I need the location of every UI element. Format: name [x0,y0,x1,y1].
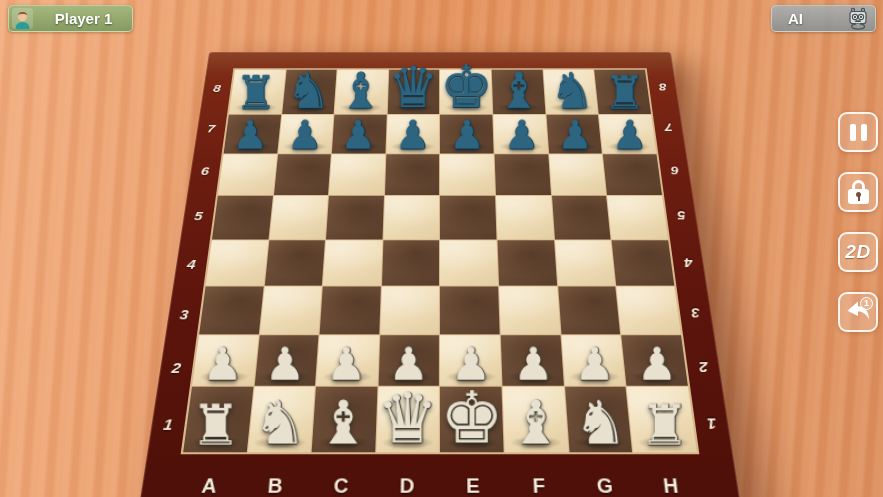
ai-label: AI [788,10,803,27]
board-grid: ♜♞♝♛♚♝♞♜♟♟♟♟♟♟♟♟♟♟♟♟♟♟♟♟♜♞♝♛♚♝♞♜ [181,68,700,454]
person-avatar-icon [12,8,33,29]
square-b2[interactable]: ♟ [254,335,318,386]
square-c2[interactable]: ♟ [316,335,379,386]
square-c1[interactable]: ♝ [312,387,377,452]
black-rook-h8[interactable]: ♜ [604,70,645,116]
white-pawn-h2[interactable]: ♟ [637,342,677,387]
white-bishop-f1[interactable]: ♝ [510,393,564,453]
rank-label-5: 5 [664,193,700,239]
file-label-e: E [440,475,506,497]
black-pawn-f7[interactable]: ♟ [504,116,539,155]
file-labels: ABCDEFGH [172,454,708,497]
ai-badge: AI [771,5,876,32]
square-c8[interactable]: ♝ [335,70,388,114]
square-a8[interactable]: ♜ [229,70,285,114]
undo-count-badge: 1 [860,297,873,310]
lock-button[interactable] [838,172,878,212]
square-d7[interactable]: ♟ [386,115,439,154]
file-label-d: D [374,475,440,497]
black-bishop-f8[interactable]: ♝ [497,67,541,116]
square-a4[interactable] [206,240,268,285]
square-g8[interactable]: ♞ [543,70,598,114]
square-c7[interactable]: ♟ [332,115,387,154]
square-f6[interactable] [495,154,551,195]
file-label-c: C [307,475,374,497]
square-a7[interactable]: ♟ [224,115,281,154]
square-h5[interactable] [608,196,668,239]
square-e7[interactable]: ♟ [440,115,494,154]
square-b1[interactable]: ♞ [247,387,315,452]
rank-label-6: 6 [658,149,693,193]
square-g4[interactable] [555,240,616,285]
black-pawn-a7[interactable]: ♟ [233,116,268,155]
white-king-e1[interactable]: ♚ [440,382,504,453]
square-g1[interactable]: ♞ [565,387,633,452]
white-knight-g1[interactable]: ♞ [574,393,628,453]
square-a6[interactable] [218,154,277,195]
square-d5[interactable] [383,196,439,239]
chess-board: 87654321 87654321 ABCDEFGH ♜♞♝♛♚♝♞♜♟♟♟♟♟… [137,52,743,497]
square-h7[interactable]: ♟ [599,115,656,154]
square-g6[interactable] [549,154,606,195]
square-h3[interactable] [617,286,681,334]
black-knight-g8[interactable]: ♞ [550,67,594,116]
file-label-g: G [571,475,639,497]
square-d3[interactable] [380,286,439,334]
square-c3[interactable] [320,286,381,334]
white-rook-h1[interactable]: ♜ [640,398,690,454]
file-label-b: B [241,475,309,497]
square-e8[interactable]: ♚ [440,70,493,114]
black-pawn-e7[interactable]: ♟ [449,116,484,155]
black-pawn-g7[interactable]: ♟ [558,116,593,155]
white-pawn-g2[interactable]: ♟ [575,342,615,387]
black-queen-d8[interactable]: ♛ [388,59,439,116]
black-pawn-b7[interactable]: ♟ [287,116,322,155]
square-h4[interactable] [612,240,674,285]
undo-button[interactable]: 1 [838,292,878,332]
file-label-f: F [506,475,573,497]
pause-icon [850,124,867,141]
white-knight-b1[interactable]: ♞ [252,393,306,453]
square-g5[interactable] [552,196,611,239]
black-pawn-h7[interactable]: ♟ [612,116,647,155]
pause-button[interactable] [838,112,878,152]
white-pawn-a2[interactable]: ♟ [203,342,243,387]
square-e3[interactable] [440,286,500,334]
square-e4[interactable] [440,240,498,285]
black-bishop-c8[interactable]: ♝ [338,67,382,116]
square-d6[interactable] [385,154,440,195]
file-label-a: A [175,475,244,497]
square-a1[interactable]: ♜ [183,387,253,452]
player1-label: Player 1 [41,10,126,27]
square-a5[interactable] [212,196,272,239]
square-g3[interactable] [558,286,620,334]
square-d8[interactable]: ♛ [387,70,439,114]
square-g7[interactable]: ♟ [546,115,602,154]
white-pawn-b2[interactable]: ♟ [265,342,305,387]
square-f8[interactable]: ♝ [492,70,545,114]
view-2d-label: 2D [845,241,870,263]
square-b7[interactable]: ♟ [278,115,334,154]
square-e1[interactable]: ♚ [440,387,504,452]
square-f7[interactable]: ♟ [494,115,549,154]
black-pawn-d7[interactable]: ♟ [395,116,430,155]
square-c6[interactable] [329,154,385,195]
square-b8[interactable]: ♞ [282,70,337,114]
square-a3[interactable] [199,286,263,334]
player1-badge: Player 1 [8,5,133,32]
white-rook-a1[interactable]: ♜ [190,398,240,454]
black-rook-a8[interactable]: ♜ [235,70,276,116]
square-f4[interactable] [498,240,557,285]
square-e5[interactable] [440,196,497,239]
rank-label-7: 7 [652,108,686,150]
square-c5[interactable] [326,196,383,239]
square-b6[interactable] [273,154,330,195]
black-pawn-c7[interactable]: ♟ [341,116,376,155]
square-e6[interactable] [440,154,495,195]
white-queen-d1[interactable]: ♛ [377,385,439,454]
square-h2[interactable]: ♟ [622,335,688,386]
square-g2[interactable]: ♟ [561,335,625,386]
white-pawn-f2[interactable]: ♟ [513,342,553,387]
square-f3[interactable] [500,286,561,334]
square-b5[interactable] [269,196,328,239]
view-2d-button[interactable]: 2D [838,232,878,272]
square-f5[interactable] [496,196,553,239]
white-bishop-c1[interactable]: ♝ [317,393,371,453]
square-b4[interactable] [264,240,325,285]
black-king-e8[interactable]: ♚ [440,58,492,117]
square-c4[interactable] [323,240,382,285]
square-f1[interactable]: ♝ [503,387,568,452]
game-scene: 87654321 87654321 ABCDEFGH ♜♞♝♛♚♝♞♜♟♟♟♟♟… [0,0,883,497]
file-label-h: H [637,475,706,497]
square-a2[interactable]: ♟ [192,335,258,386]
square-h8[interactable]: ♜ [595,70,651,114]
square-h6[interactable] [603,154,662,195]
square-b3[interactable] [259,286,321,334]
square-f2[interactable]: ♟ [501,335,564,386]
robot-icon [846,7,870,31]
square-d4[interactable] [381,240,439,285]
white-pawn-c2[interactable]: ♟ [327,342,367,387]
black-knight-b8[interactable]: ♞ [286,67,330,116]
square-d1[interactable]: ♛ [376,387,439,452]
square-h1[interactable]: ♜ [627,387,697,452]
rank-label-8: 8 [647,68,680,107]
